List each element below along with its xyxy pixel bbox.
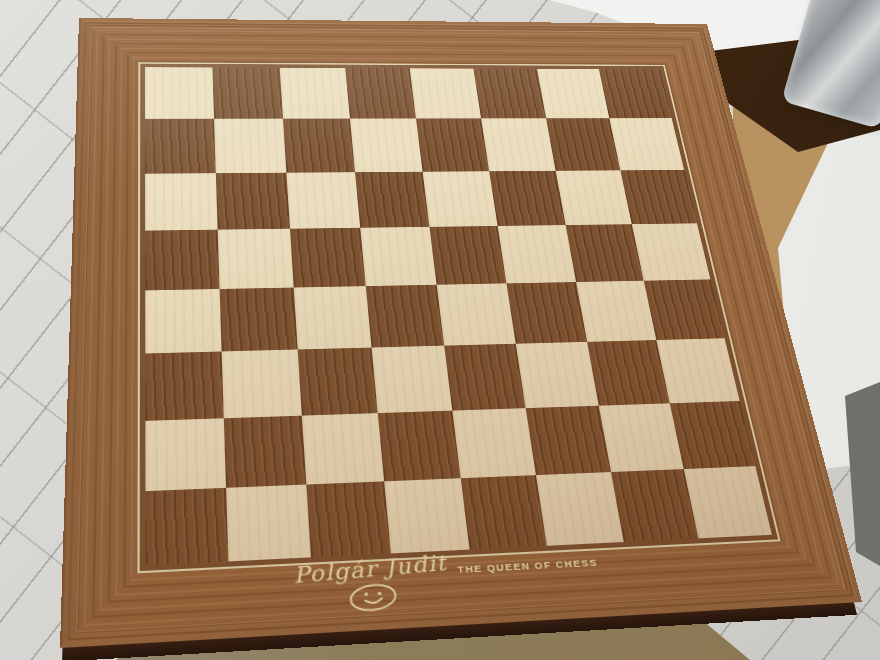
square-g4 <box>576 281 657 342</box>
square-b2 <box>224 415 306 487</box>
square-h4 <box>644 279 725 340</box>
square-a7 <box>145 119 216 173</box>
square-a1 <box>145 488 228 566</box>
square-g6 <box>555 170 631 225</box>
square-e3 <box>444 344 526 410</box>
square-f4 <box>507 282 587 344</box>
board-frame-top <box>78 18 718 65</box>
square-a2 <box>145 418 226 491</box>
square-f6 <box>489 170 565 225</box>
square-h1 <box>683 466 771 538</box>
square-g3 <box>587 340 670 405</box>
photo-scene: Polgár Judit THE QUEEN OF CHESS <box>0 0 880 660</box>
square-e1 <box>461 475 547 550</box>
square-b7 <box>214 119 286 173</box>
square-e2 <box>452 408 536 478</box>
square-b8 <box>213 67 283 118</box>
square-c3 <box>297 348 377 415</box>
square-a8 <box>145 67 214 119</box>
square-h7 <box>609 118 684 170</box>
square-h5 <box>632 223 711 281</box>
square-g7 <box>546 118 620 170</box>
board-grid <box>145 67 772 565</box>
square-c7 <box>282 119 354 173</box>
square-f1 <box>536 472 623 546</box>
square-d6 <box>355 171 430 227</box>
square-h8 <box>599 69 672 118</box>
square-b5 <box>218 228 293 288</box>
square-e8 <box>410 68 482 118</box>
square-h3 <box>656 338 739 402</box>
square-d2 <box>377 410 460 481</box>
square-d7 <box>350 119 423 172</box>
square-b4 <box>220 288 297 352</box>
square-c8 <box>279 68 349 119</box>
square-a6 <box>145 173 218 231</box>
square-a4 <box>145 289 222 354</box>
square-d4 <box>366 285 445 348</box>
square-b6 <box>216 172 289 229</box>
smiley-icon <box>346 581 400 614</box>
square-h6 <box>620 170 697 224</box>
square-g8 <box>537 69 610 119</box>
square-a3 <box>145 352 224 421</box>
square-g5 <box>565 224 643 282</box>
square-h2 <box>669 401 755 469</box>
square-f5 <box>498 225 576 283</box>
square-d3 <box>371 346 452 413</box>
square-e5 <box>429 226 506 285</box>
square-f3 <box>516 342 598 408</box>
signature-tagline: THE QUEEN OF CHESS <box>457 557 599 575</box>
square-e4 <box>437 283 516 345</box>
square-b1 <box>226 484 310 561</box>
square-b3 <box>222 350 301 418</box>
square-c4 <box>293 286 371 350</box>
square-c6 <box>286 172 360 229</box>
square-d1 <box>384 478 470 553</box>
square-f7 <box>481 118 555 170</box>
square-f2 <box>526 405 611 475</box>
square-d5 <box>360 227 437 286</box>
square-d8 <box>345 68 416 119</box>
square-f8 <box>474 69 546 119</box>
square-c2 <box>301 413 384 485</box>
square-e7 <box>416 119 489 172</box>
square-c1 <box>306 481 391 557</box>
square-c5 <box>289 228 365 288</box>
square-e6 <box>423 171 498 227</box>
square-a5 <box>145 229 220 290</box>
